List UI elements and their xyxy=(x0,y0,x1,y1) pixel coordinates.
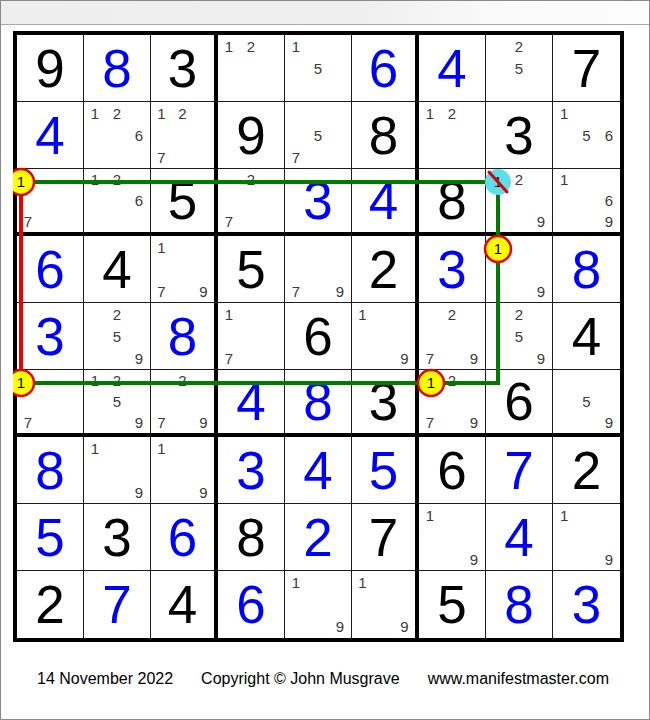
candidate-7: 7 xyxy=(419,347,441,369)
cell-r7c2[interactable]: 19 xyxy=(84,437,151,504)
cell-r7c3[interactable]: 19 xyxy=(151,437,218,504)
candidate-9: 9 xyxy=(329,280,351,302)
candidate-1: 1 xyxy=(218,303,240,325)
cell-r3c8[interactable]: 29 xyxy=(486,169,553,236)
cell-r1c6[interactable]: 6 xyxy=(352,35,419,102)
cell-r4c7[interactable]: 3 xyxy=(419,236,486,303)
cell-r2c5[interactable]: 57 xyxy=(285,102,352,169)
pencil-marks: 259 xyxy=(486,303,552,369)
given-digit: 2 xyxy=(553,437,620,503)
cell-r2c2[interactable]: 126 xyxy=(84,102,151,169)
given-digit: 3 xyxy=(84,504,150,570)
solved-digit: 3 xyxy=(419,236,485,302)
cell-r8c4[interactable]: 8 xyxy=(218,504,285,571)
cell-r7c6[interactable]: 5 xyxy=(352,437,419,504)
cell-r8c2[interactable]: 3 xyxy=(84,504,151,571)
cell-r1c9[interactable]: 7 xyxy=(553,35,620,102)
pencil-marks: 59 xyxy=(553,370,620,433)
candidate-5: 5 xyxy=(508,325,530,347)
candidate-5: 5 xyxy=(106,391,128,412)
pencil-marks: 19 xyxy=(352,571,415,638)
cell-r6c5[interactable]: 8 xyxy=(285,370,352,437)
cell-r2c7[interactable]: 12 xyxy=(419,102,486,169)
cell-r4c4[interactable]: 5 xyxy=(218,236,285,303)
solved-digit: 4 xyxy=(352,169,415,232)
pencil-marks: 27 xyxy=(218,169,284,232)
solved-digit: 8 xyxy=(151,303,214,369)
candidate-2: 2 xyxy=(172,102,193,124)
cell-r4c5[interactable]: 79 xyxy=(285,236,352,303)
cell-r3c5[interactable]: 3 xyxy=(285,169,352,236)
given-digit: 5 xyxy=(151,169,214,232)
candidate-2: 2 xyxy=(106,102,128,124)
pencil-marks: 127 xyxy=(151,102,214,168)
given-digit: 3 xyxy=(486,102,552,168)
solved-digit: 6 xyxy=(17,236,83,302)
pencil-marks: 1259 xyxy=(84,370,150,433)
solved-digit: 8 xyxy=(553,236,620,302)
cell-r1c1[interactable]: 9 xyxy=(17,35,84,102)
candidate-7: 7 xyxy=(218,211,240,232)
pencil-marks: 7 xyxy=(17,370,83,433)
window-title-strip xyxy=(1,1,649,25)
given-digit: 4 xyxy=(553,303,620,369)
candidate-7: 7 xyxy=(285,280,307,302)
cell-r8c9[interactable]: 19 xyxy=(553,504,620,571)
cell-r8c7[interactable]: 19 xyxy=(419,504,486,571)
cell-r5c7[interactable]: 279 xyxy=(419,303,486,370)
candidate-5: 5 xyxy=(307,57,329,79)
cell-r7c8[interactable]: 7 xyxy=(486,437,553,504)
pencil-marks: 169 xyxy=(553,169,620,232)
cell-r7c9[interactable]: 2 xyxy=(553,437,620,504)
given-digit: 6 xyxy=(419,437,485,503)
cell-r6c8[interactable]: 6 xyxy=(486,370,553,437)
cell-r6c7[interactable]: 279 xyxy=(419,370,486,437)
cell-r3c7[interactable]: 8 xyxy=(419,169,486,236)
candidate-5: 5 xyxy=(508,57,530,79)
candidate-1: 1 xyxy=(84,437,106,459)
given-digit: 7 xyxy=(553,35,620,101)
solved-digit: 7 xyxy=(84,571,150,638)
solved-digit: 4 xyxy=(486,504,552,570)
candidate-7: 7 xyxy=(285,146,307,168)
candidate-2: 2 xyxy=(508,303,530,325)
candidate-2: 2 xyxy=(240,35,262,57)
cell-r8c1[interactable]: 5 xyxy=(17,504,84,571)
given-digit: 9 xyxy=(218,102,284,168)
candidate-2: 2 xyxy=(441,303,463,325)
candidate-7: 7 xyxy=(17,211,39,232)
cell-r5c3[interactable]: 8 xyxy=(151,303,218,370)
cell-r1c2[interactable]: 8 xyxy=(84,35,151,102)
candidate-7: 7 xyxy=(151,146,172,168)
candidate-2: 2 xyxy=(106,370,128,391)
pencil-marks: 19 xyxy=(352,303,415,369)
cell-r6c9[interactable]: 59 xyxy=(553,370,620,437)
given-digit: 8 xyxy=(419,169,485,232)
candidate-1: 1 xyxy=(84,370,106,391)
cell-r6c6[interactable]: 3 xyxy=(352,370,419,437)
candidate-1: 1 xyxy=(553,102,575,124)
pencil-marks: 179 xyxy=(151,236,214,302)
solved-digit: 4 xyxy=(419,35,485,101)
candidate-9: 9 xyxy=(598,548,620,570)
candidate-9: 9 xyxy=(530,347,552,369)
candidate-5: 5 xyxy=(307,124,329,146)
cell-r2c8[interactable]: 3 xyxy=(486,102,553,169)
candidate-1: 1 xyxy=(285,35,307,57)
cell-r9c9[interactable]: 3 xyxy=(553,571,620,638)
candidate-9: 9 xyxy=(128,412,150,433)
pencil-marks: 126 xyxy=(84,169,150,232)
pencil-marks: 79 xyxy=(285,236,351,302)
candidate-1: 1 xyxy=(84,169,106,190)
candidate-1: 1 xyxy=(553,504,575,526)
candidate-2: 2 xyxy=(240,169,262,190)
cell-r3c1[interactable]: 7 xyxy=(17,169,84,236)
cell-r4c2[interactable]: 4 xyxy=(84,236,151,303)
pencil-marks: 259 xyxy=(84,303,150,369)
cell-r6c2[interactable]: 1259 xyxy=(84,370,151,437)
pencil-marks: 7 xyxy=(17,169,83,232)
cell-r3c3[interactable]: 5 xyxy=(151,169,218,236)
candidate-1: 1 xyxy=(151,437,172,459)
pencil-marks: 17 xyxy=(218,303,284,369)
cell-r6c1[interactable]: 7 xyxy=(17,370,84,437)
candidate-2: 2 xyxy=(441,102,463,124)
solved-digit: 8 xyxy=(84,35,150,101)
cell-r5c8[interactable]: 259 xyxy=(486,303,553,370)
cell-r2c4[interactable]: 9 xyxy=(218,102,285,169)
footer-copyright: Copyright © John Musgrave xyxy=(201,670,400,687)
cell-r8c6[interactable]: 7 xyxy=(352,504,419,571)
candidate-9: 9 xyxy=(598,211,620,232)
given-digit: 6 xyxy=(285,303,351,369)
candidate-9: 9 xyxy=(463,548,485,570)
cell-r5c1[interactable]: 3 xyxy=(17,303,84,370)
cell-r4c3[interactable]: 179 xyxy=(151,236,218,303)
candidate-6: 6 xyxy=(128,190,150,211)
pencil-marks: 156 xyxy=(553,102,620,168)
candidate-2: 2 xyxy=(508,35,530,57)
given-digit: 8 xyxy=(352,102,415,168)
given-digit: 6 xyxy=(486,370,552,433)
given-digit: 4 xyxy=(84,236,150,302)
cell-r9c2[interactable]: 7 xyxy=(84,571,151,638)
candidate-9: 9 xyxy=(193,481,214,503)
candidate-5: 5 xyxy=(575,124,597,146)
candidate-7: 7 xyxy=(17,412,39,433)
solved-digit: 7 xyxy=(486,437,552,503)
pencil-marks: 57 xyxy=(285,102,351,168)
candidate-9: 9 xyxy=(394,347,415,369)
given-digit: 9 xyxy=(17,35,83,101)
candidate-6: 6 xyxy=(598,190,620,211)
cell-r2c3[interactable]: 127 xyxy=(151,102,218,169)
candidate-2: 2 xyxy=(106,303,128,325)
candidate-1: 1 xyxy=(151,236,172,258)
cell-r7c4[interactable]: 3 xyxy=(218,437,285,504)
candidate-9: 9 xyxy=(128,347,150,369)
pencil-marks: 279 xyxy=(151,370,214,433)
pencil-marks: 29 xyxy=(486,169,552,232)
pencil-marks: 279 xyxy=(419,370,485,433)
cell-r9c7[interactable]: 5 xyxy=(419,571,486,638)
cell-r7c7[interactable]: 6 xyxy=(419,437,486,504)
solved-digit: 5 xyxy=(17,504,83,570)
cell-r8c5[interactable]: 2 xyxy=(285,504,352,571)
candidate-1: 1 xyxy=(553,169,575,190)
given-digit: 7 xyxy=(352,504,415,570)
cell-r9c1[interactable]: 2 xyxy=(17,571,84,638)
candidate-2: 2 xyxy=(508,169,530,190)
cell-r9c4[interactable]: 6 xyxy=(218,571,285,638)
cell-r8c8[interactable]: 4 xyxy=(486,504,553,571)
solved-digit: 4 xyxy=(218,370,284,433)
cell-r6c4[interactable]: 4 xyxy=(218,370,285,437)
cell-r3c6[interactable]: 4 xyxy=(352,169,419,236)
candidate-2: 2 xyxy=(172,370,193,391)
candidate-9: 9 xyxy=(530,211,552,232)
candidate-1: 1 xyxy=(84,102,106,124)
footer: 14 November 2022Copyright © John Musgrav… xyxy=(37,670,609,688)
candidate-1: 1 xyxy=(285,571,307,593)
cell-r5c6[interactable]: 19 xyxy=(352,303,419,370)
pencil-marks: 25 xyxy=(486,35,552,101)
pencil-marks: 126 xyxy=(84,102,150,168)
pencil-marks: 19 xyxy=(151,437,214,503)
cell-r9c8[interactable]: 8 xyxy=(486,571,553,638)
candidate-9: 9 xyxy=(530,280,552,302)
solved-digit: 6 xyxy=(352,35,415,101)
cell-r2c6[interactable]: 8 xyxy=(352,102,419,169)
sudoku-board: 9831215642574126127957812315671265273482… xyxy=(13,31,624,642)
given-digit: 2 xyxy=(352,236,415,302)
candidate-1: 1 xyxy=(419,504,441,526)
candidate-7: 7 xyxy=(151,412,172,433)
cell-r5c9[interactable]: 4 xyxy=(553,303,620,370)
given-digit: 5 xyxy=(218,236,284,302)
solved-digit: 5 xyxy=(352,437,415,503)
cell-r5c2[interactable]: 259 xyxy=(84,303,151,370)
cell-r4c8[interactable]: 9 xyxy=(486,236,553,303)
candidate-9: 9 xyxy=(128,481,150,503)
candidate-1: 1 xyxy=(419,102,441,124)
candidate-1: 1 xyxy=(151,102,172,124)
cell-r7c5[interactable]: 4 xyxy=(285,437,352,504)
cell-r1c4[interactable]: 12 xyxy=(218,35,285,102)
cell-r4c9[interactable]: 8 xyxy=(553,236,620,303)
candidate-2: 2 xyxy=(441,370,463,391)
solved-digit: 6 xyxy=(151,504,214,570)
pencil-marks: 15 xyxy=(285,35,351,101)
cell-r8c3[interactable]: 6 xyxy=(151,504,218,571)
cell-r6c3[interactable]: 279 xyxy=(151,370,218,437)
pencil-marks: 19 xyxy=(84,437,150,503)
cell-r9c6[interactable]: 19 xyxy=(352,571,419,638)
candidate-7: 7 xyxy=(218,347,240,369)
page: 9831215642574126127957812315671265273482… xyxy=(0,0,650,720)
cell-r2c9[interactable]: 156 xyxy=(553,102,620,169)
given-digit: 5 xyxy=(419,571,485,638)
candidate-7: 7 xyxy=(419,412,441,433)
solved-digit: 8 xyxy=(17,437,83,503)
solved-digit: 3 xyxy=(285,169,351,232)
pencil-marks: 12 xyxy=(218,35,284,101)
given-digit: 3 xyxy=(151,35,214,101)
cell-r5c4[interactable]: 17 xyxy=(218,303,285,370)
cell-r2c1[interactable]: 4 xyxy=(17,102,84,169)
candidate-2: 2 xyxy=(106,169,128,190)
solved-digit: 3 xyxy=(218,437,284,503)
cell-r5c5[interactable]: 6 xyxy=(285,303,352,370)
cell-r9c5[interactable]: 19 xyxy=(285,571,352,638)
solved-digit: 3 xyxy=(553,571,620,638)
given-digit: 8 xyxy=(218,504,284,570)
candidate-9: 9 xyxy=(598,412,620,433)
cell-r3c4[interactable]: 27 xyxy=(218,169,285,236)
pencil-marks: 19 xyxy=(419,504,485,570)
solved-digit: 3 xyxy=(17,303,83,369)
cell-r9c3[interactable]: 4 xyxy=(151,571,218,638)
pencil-marks: 279 xyxy=(419,303,485,369)
pencil-marks: 12 xyxy=(419,102,485,168)
cell-r3c2[interactable]: 126 xyxy=(84,169,151,236)
pencil-marks: 19 xyxy=(285,571,351,638)
solved-digit: 8 xyxy=(486,571,552,638)
cell-r1c5[interactable]: 15 xyxy=(285,35,352,102)
pencil-marks: 19 xyxy=(553,504,620,570)
candidate-1: 1 xyxy=(352,571,373,593)
candidate-9: 9 xyxy=(463,347,485,369)
given-digit: 2 xyxy=(17,571,83,638)
pencil-marks: 9 xyxy=(486,236,552,302)
footer-date: 14 November 2022 xyxy=(37,670,173,687)
solved-digit: 4 xyxy=(17,102,83,168)
solved-digit: 8 xyxy=(285,370,351,433)
candidate-6: 6 xyxy=(598,124,620,146)
solved-digit: 4 xyxy=(285,437,351,503)
cell-r7c1[interactable]: 8 xyxy=(17,437,84,504)
candidate-9: 9 xyxy=(463,412,485,433)
cell-r1c7[interactable]: 4 xyxy=(419,35,486,102)
candidate-7: 7 xyxy=(151,280,172,302)
candidate-5: 5 xyxy=(106,325,128,347)
cell-r1c8[interactable]: 25 xyxy=(486,35,553,102)
given-digit: 3 xyxy=(352,370,415,433)
candidate-9: 9 xyxy=(394,616,415,638)
cell-r4c1[interactable]: 6 xyxy=(17,236,84,303)
candidate-9: 9 xyxy=(193,412,214,433)
candidate-6: 6 xyxy=(128,124,150,146)
candidate-1: 1 xyxy=(218,35,240,57)
candidate-9: 9 xyxy=(329,616,351,638)
given-digit: 4 xyxy=(151,571,214,638)
cell-r4c6[interactable]: 2 xyxy=(352,236,419,303)
candidate-9: 9 xyxy=(193,280,214,302)
solved-digit: 2 xyxy=(285,504,351,570)
candidate-5: 5 xyxy=(575,391,597,412)
cell-r1c3[interactable]: 3 xyxy=(151,35,218,102)
cell-r3c9[interactable]: 169 xyxy=(553,169,620,236)
solved-digit: 6 xyxy=(218,571,284,638)
footer-website[interactable]: www.manifestmaster.com xyxy=(428,670,609,687)
candidate-1: 1 xyxy=(352,303,373,325)
